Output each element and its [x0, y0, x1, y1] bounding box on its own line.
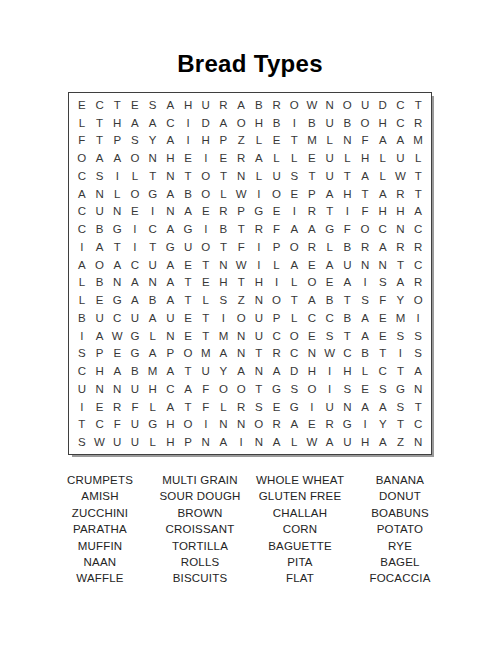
grid-cell: A	[232, 96, 250, 114]
grid-cell: C	[162, 114, 180, 132]
grid-cell: A	[162, 398, 180, 416]
grid-cell: A	[126, 291, 144, 309]
grid-cell: O	[215, 380, 233, 398]
grid-cell: E	[215, 149, 233, 167]
grid-cell: B	[339, 114, 357, 132]
grid-cell: R	[232, 398, 250, 416]
grid-cell: N	[232, 345, 250, 363]
grid-cell: N	[232, 327, 250, 345]
word-item: ZUCCHINI	[50, 505, 150, 521]
grid-cell: U	[268, 167, 286, 185]
grid-cell: E	[303, 416, 321, 434]
word-item: CROISSANT	[150, 521, 250, 537]
grid-cell: O	[356, 114, 374, 132]
grid-cell: L	[285, 433, 303, 451]
grid-cell: R	[215, 203, 233, 221]
grid-cell: S	[374, 274, 392, 292]
grid-cell: N	[144, 274, 162, 292]
grid-cell: S	[215, 291, 233, 309]
grid-cell: N	[108, 274, 126, 292]
grid-cell: P	[303, 185, 321, 203]
grid-cell: Y	[215, 362, 233, 380]
grid-cell: G	[321, 220, 339, 238]
grid-cell: O	[91, 256, 109, 274]
word-item: FOCACCIA	[350, 570, 450, 586]
grid-cell: A	[285, 220, 303, 238]
grid-cell: H	[356, 149, 374, 167]
grid-cell: A	[374, 132, 392, 150]
grid-cell: N	[91, 185, 109, 203]
grid-cell: U	[91, 309, 109, 327]
grid-cell: A	[179, 380, 197, 398]
grid-cell: L	[250, 132, 268, 150]
word-item: PITA	[250, 554, 350, 570]
grid-cell: U	[392, 149, 410, 167]
grid-cell: G	[108, 220, 126, 238]
grid-cell: I	[285, 203, 303, 221]
grid-cell: O	[197, 238, 215, 256]
grid-cell: A	[409, 203, 427, 221]
grid-cell: U	[250, 327, 268, 345]
grid-cell: I	[179, 132, 197, 150]
grid-cell: S	[285, 167, 303, 185]
grid-cell: C	[73, 167, 91, 185]
grid-cell: W	[321, 345, 339, 363]
grid-cell: S	[374, 380, 392, 398]
grid-cell: W	[108, 327, 126, 345]
grid-cell: O	[268, 291, 286, 309]
grid-cell: A	[144, 114, 162, 132]
grid-cell: A	[374, 185, 392, 203]
grid-cell: U	[321, 114, 339, 132]
grid-cell: S	[126, 132, 144, 150]
grid-cell: L	[409, 149, 427, 167]
grid-cell: R	[356, 238, 374, 256]
grid-cell: A	[321, 185, 339, 203]
grid-cell: E	[179, 309, 197, 327]
grid-cell: A	[162, 185, 180, 203]
word-item: POTATO	[350, 521, 450, 537]
grid-cell: A	[215, 114, 233, 132]
grid-cell: U	[356, 96, 374, 114]
grid-cell: I	[321, 380, 339, 398]
grid-cell: E	[197, 203, 215, 221]
grid-cell: R	[215, 96, 233, 114]
grid-cell: O	[179, 416, 197, 434]
grid-cell: N	[250, 362, 268, 380]
grid-cell: I	[303, 398, 321, 416]
grid-cell: F	[126, 398, 144, 416]
grid-cell: O	[303, 274, 321, 292]
grid-cell: I	[250, 238, 268, 256]
grid-cell: M	[303, 132, 321, 150]
word-item: GLUTEN FREE	[250, 488, 350, 504]
grid-cell: A	[162, 96, 180, 114]
grid-cell: A	[215, 433, 233, 451]
grid-cell: R	[392, 185, 410, 203]
grid-cell: D	[285, 362, 303, 380]
grid-cell: R	[108, 398, 126, 416]
grid-cell: L	[285, 274, 303, 292]
grid-cell: U	[126, 309, 144, 327]
grid-cell: M	[215, 327, 233, 345]
word-list-column: MULTI GRAINSOUR DOUGHBROWNCROISSANTTORTI…	[150, 472, 250, 587]
grid-cell: U	[91, 203, 109, 221]
grid-cell: A	[162, 256, 180, 274]
grid-cell: R	[392, 238, 410, 256]
grid-cell: L	[73, 274, 91, 292]
grid-cell: L	[126, 167, 144, 185]
grid-cell: M	[392, 309, 410, 327]
grid-cell: C	[73, 220, 91, 238]
word-list-column: WHOLE WHEATGLUTEN FREECHALLAHCORNBAGUETT…	[250, 472, 350, 587]
grid-cell: N	[374, 256, 392, 274]
grid-cell: A	[356, 167, 374, 185]
grid-cell: H	[215, 274, 233, 292]
grid-cell: N	[215, 416, 233, 434]
grid-cell: C	[73, 203, 91, 221]
grid-cell: H	[179, 96, 197, 114]
grid-cell: O	[356, 220, 374, 238]
word-item: NAAN	[50, 554, 150, 570]
grid-cell: Y	[144, 132, 162, 150]
grid-cell: M	[409, 132, 427, 150]
grid-cell: A	[321, 256, 339, 274]
grid-cell: T	[250, 380, 268, 398]
grid-cell: A	[162, 274, 180, 292]
grid-cell: G	[144, 416, 162, 434]
grid-cell: L	[374, 167, 392, 185]
grid-cell: A	[179, 203, 197, 221]
grid-cell: R	[409, 274, 427, 292]
grid-cell: A	[162, 220, 180, 238]
grid-cell: O	[285, 96, 303, 114]
grid-cell: T	[197, 327, 215, 345]
grid-cell: A	[356, 327, 374, 345]
word-item: BANANA	[350, 472, 450, 488]
grid-cell: E	[268, 132, 286, 150]
grid-cell: A	[232, 362, 250, 380]
grid-cell: A	[285, 416, 303, 434]
word-item: CHALLAH	[250, 505, 350, 521]
grid-cell: R	[250, 220, 268, 238]
grid-cell: A	[91, 238, 109, 256]
grid-cell: A	[162, 132, 180, 150]
grid-cell: S	[339, 380, 357, 398]
grid-cell: C	[285, 345, 303, 363]
grid-cell: F	[356, 132, 374, 150]
grid-cell: R	[268, 416, 286, 434]
grid-cell: I	[197, 220, 215, 238]
grid-cell: N	[321, 96, 339, 114]
grid-cell: G	[108, 291, 126, 309]
grid-cell: T	[179, 291, 197, 309]
grid-cell: A	[303, 220, 321, 238]
grid-cell: B	[91, 220, 109, 238]
grid-cell: U	[126, 433, 144, 451]
grid-cell: A	[108, 362, 126, 380]
grid-cell: O	[197, 185, 215, 203]
grid-cell: T	[144, 167, 162, 185]
word-item: MULTI GRAIN	[150, 472, 250, 488]
grid-cell: O	[232, 380, 250, 398]
grid-cell: C	[339, 345, 357, 363]
grid-cell: T	[179, 362, 197, 380]
grid-cell: N	[144, 149, 162, 167]
grid-cell: L	[339, 149, 357, 167]
grid-cell: O	[232, 114, 250, 132]
word-item: BAGEL	[350, 554, 450, 570]
word-item: WHOLE WHEAT	[250, 472, 350, 488]
grid-cell: N	[409, 433, 427, 451]
grid-cell: B	[339, 309, 357, 327]
grid-cell: W	[232, 256, 250, 274]
grid-cell: C	[409, 256, 427, 274]
grid-cell: Z	[232, 132, 250, 150]
grid-cell: N	[197, 433, 215, 451]
grid-cell: P	[268, 309, 286, 327]
grid-cell: N	[250, 433, 268, 451]
grid-cell: N	[108, 380, 126, 398]
grid-cell: A	[321, 433, 339, 451]
grid-cell: C	[162, 380, 180, 398]
word-item: MUFFIN	[50, 538, 150, 554]
puzzle-page: Bread Types ECTESAHURABROWNOUDCTLTHAACID…	[0, 0, 500, 647]
grid-cell: O	[409, 291, 427, 309]
grid-cell: H	[162, 433, 180, 451]
grid-cell: S	[392, 398, 410, 416]
grid-cell: L	[250, 167, 268, 185]
grid-cell: F	[356, 203, 374, 221]
grid-cell: I	[392, 345, 410, 363]
grid-cell: U	[126, 416, 144, 434]
grid-cell: I	[285, 114, 303, 132]
grid-cell: F	[339, 220, 357, 238]
grid-cell: G	[162, 238, 180, 256]
grid-cell: I	[108, 167, 126, 185]
grid-cell: U	[108, 433, 126, 451]
grid-cell: S	[73, 345, 91, 363]
grid-cell: R	[409, 114, 427, 132]
grid-cell: I	[73, 398, 91, 416]
grid-cell: I	[356, 416, 374, 434]
grid-cell: N	[215, 256, 233, 274]
grid-cell: L	[197, 291, 215, 309]
word-search-grid: ECTESAHURABROWNOUDCTLTHAACIDAOHBIBUBOHCR…	[68, 92, 432, 455]
grid-cell: H	[339, 185, 357, 203]
grid-cell: O	[339, 96, 357, 114]
grid-cell: L	[215, 398, 233, 416]
grid-cell: A	[268, 362, 286, 380]
grid-cell: U	[321, 149, 339, 167]
grid-cell: A	[162, 362, 180, 380]
grid-cell: E	[303, 327, 321, 345]
word-item: BOABUNS	[350, 505, 450, 521]
grid-cell: G	[268, 380, 286, 398]
grid-cell: T	[285, 291, 303, 309]
grid-cell: L	[108, 185, 126, 203]
grid-cell: A	[126, 114, 144, 132]
grid-cell: A	[356, 309, 374, 327]
grid-cell: R	[409, 238, 427, 256]
grid-cell: E	[374, 327, 392, 345]
grid-cell: C	[91, 96, 109, 114]
grid-cell: A	[374, 433, 392, 451]
word-item: CRUMPETS	[50, 472, 150, 488]
grid-cell: C	[374, 220, 392, 238]
grid-cell: C	[392, 114, 410, 132]
grid-cell: B	[303, 114, 321, 132]
grid-cell: I	[356, 274, 374, 292]
grid-cell: T	[91, 132, 109, 150]
grid-cell: T	[179, 167, 197, 185]
grid-cell: G	[144, 185, 162, 203]
grid-cell: H	[374, 203, 392, 221]
grid-cell: H	[250, 114, 268, 132]
grid-cell: T	[409, 398, 427, 416]
grid-cell: L	[268, 149, 286, 167]
grid-cell: B	[126, 362, 144, 380]
grid-cell: I	[409, 309, 427, 327]
grid-cell: C	[268, 327, 286, 345]
grid-cell: I	[197, 416, 215, 434]
grid-cell: A	[108, 256, 126, 274]
grid-cell: F	[232, 238, 250, 256]
grid-cell: G	[126, 327, 144, 345]
grid-cell: A	[392, 274, 410, 292]
grid-cell: T	[339, 291, 357, 309]
word-list-column: BANANADONUTBOABUNSPOTATORYEBAGELFOCACCIA	[350, 472, 450, 587]
grid-cell: U	[339, 256, 357, 274]
grid-cell: I	[144, 203, 162, 221]
grid-cell: O	[126, 185, 144, 203]
grid-cell: B	[91, 274, 109, 292]
grid-cell: N	[339, 132, 357, 150]
grid-cell: L	[285, 309, 303, 327]
grid-cell: C	[73, 362, 91, 380]
grid-cell: T	[179, 274, 197, 292]
grid-cell: B	[268, 114, 286, 132]
grid-cell: H	[108, 114, 126, 132]
grid-cell: S	[285, 380, 303, 398]
grid-cell: D	[374, 96, 392, 114]
grid-cell: T	[392, 256, 410, 274]
grid-cell: A	[339, 274, 357, 292]
grid-cell: O	[126, 149, 144, 167]
grid-cell: U	[197, 362, 215, 380]
grid-cell: B	[250, 96, 268, 114]
grid-cell: L	[268, 256, 286, 274]
grid-cell: S	[409, 345, 427, 363]
grid-cell: H	[250, 274, 268, 292]
grid-cell: A	[374, 398, 392, 416]
grid-cell: S	[392, 327, 410, 345]
grid-cell: C	[321, 309, 339, 327]
grid-cell: C	[409, 220, 427, 238]
grid-cell: O	[285, 327, 303, 345]
grid-cell: T	[144, 238, 162, 256]
grid-cell: G	[392, 380, 410, 398]
grid-cell: T	[215, 167, 233, 185]
grid-cell: C	[108, 309, 126, 327]
grid-cell: N	[356, 256, 374, 274]
word-item: AMISH	[50, 488, 150, 504]
grid-cell: T	[392, 416, 410, 434]
grid-cell: O	[179, 345, 197, 363]
grid-cell: B	[73, 309, 91, 327]
grid-cell: T	[179, 398, 197, 416]
grid-cell: A	[409, 362, 427, 380]
grid-cell: A	[268, 433, 286, 451]
grid-cell: L	[144, 327, 162, 345]
grid-cell: N	[162, 167, 180, 185]
grid-cell: T	[356, 185, 374, 203]
grid-cell: L	[321, 132, 339, 150]
grid-cell: E	[303, 149, 321, 167]
grid-cell: I	[250, 256, 268, 274]
grid-cell: T	[339, 167, 357, 185]
grid-cell: E	[303, 256, 321, 274]
grid-cell: B	[356, 345, 374, 363]
grid-cell: M	[197, 345, 215, 363]
grid-cell: W	[232, 185, 250, 203]
grid-cell: E	[179, 149, 197, 167]
grid-cell: I	[126, 220, 144, 238]
grid-cell: I	[232, 433, 250, 451]
grid-cell: R	[303, 203, 321, 221]
puzzle-title: Bread Types	[0, 0, 500, 76]
grid-cell: B	[215, 220, 233, 238]
grid-cell: F	[73, 132, 91, 150]
grid-cell: S	[73, 433, 91, 451]
grid-cell: A	[374, 238, 392, 256]
word-item: RYE	[350, 538, 450, 554]
grid-cell: B	[321, 291, 339, 309]
grid-cell: O	[285, 238, 303, 256]
grid-cell: T	[409, 185, 427, 203]
grid-cell: E	[321, 274, 339, 292]
grid-cell: O	[73, 149, 91, 167]
grid-cell: T	[197, 309, 215, 327]
grid-cell: H	[197, 132, 215, 150]
grid-cell: H	[356, 433, 374, 451]
grid-cell: N	[303, 345, 321, 363]
grid-cell: F	[197, 380, 215, 398]
grid-cell: C	[374, 362, 392, 380]
grid-cell: W	[303, 96, 321, 114]
word-item: BISCUITS	[150, 570, 250, 586]
grid-cell: O	[303, 380, 321, 398]
grid-cell: S	[321, 327, 339, 345]
grid-cell: G	[285, 398, 303, 416]
grid-cell: Y	[374, 416, 392, 434]
grid-cell: E	[356, 380, 374, 398]
grid-cell: A	[250, 149, 268, 167]
grid-cell: E	[91, 398, 109, 416]
grid-cell: A	[285, 256, 303, 274]
grid-cell: L	[144, 398, 162, 416]
grid-cell: O	[268, 185, 286, 203]
grid-cell: P	[215, 132, 233, 150]
grid-cell: H	[162, 149, 180, 167]
grid-cell: B	[144, 291, 162, 309]
grid-cell: F	[108, 416, 126, 434]
grid-cell: B	[339, 238, 357, 256]
grid-cell: T	[409, 96, 427, 114]
grid-cell: E	[91, 291, 109, 309]
grid-cell: C	[91, 416, 109, 434]
word-item: PARATHA	[50, 521, 150, 537]
